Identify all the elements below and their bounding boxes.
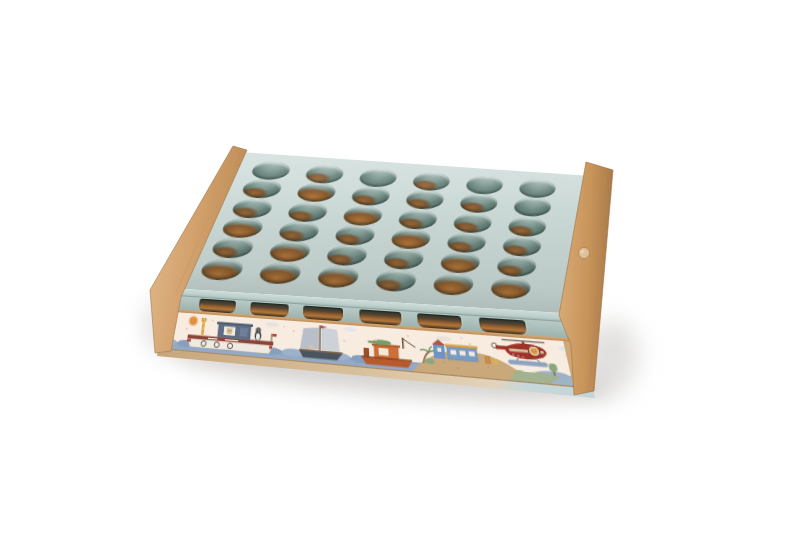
hole-r1c4 (410, 171, 453, 191)
hole-r4c6 (500, 235, 543, 257)
hole-r5c5 (438, 252, 483, 275)
product-photo (0, 0, 800, 534)
hole-r1c1 (248, 161, 293, 181)
hole-r4c5 (444, 232, 488, 254)
hole-r1c6 (517, 179, 558, 199)
hole-r5c3 (323, 244, 370, 267)
hole-r3c4 (396, 208, 440, 230)
connect-four-box-lid (168, 152, 591, 313)
hole-r1c2 (302, 164, 346, 184)
hole-r6c5 (431, 272, 477, 296)
hole-r6c6 (488, 276, 532, 300)
hole-r3c6 (506, 216, 548, 238)
hole-r3c5 (451, 212, 494, 234)
board-grid (168, 152, 591, 313)
hole-r6c3 (314, 265, 362, 289)
front-opening-1 (198, 299, 236, 314)
hole-r6c1 (197, 257, 247, 281)
hole-r6c4 (373, 269, 420, 293)
front-opening-2 (249, 302, 288, 318)
hole-r5c4 (381, 248, 427, 271)
hole-r2c4 (403, 190, 446, 211)
hole-r3c3 (340, 205, 385, 227)
hole-r4c1 (218, 217, 266, 239)
hole-r5c2 (266, 240, 314, 263)
hole-r4c4 (388, 228, 433, 250)
hole-r1c5 (464, 175, 506, 195)
hole-r3c2 (285, 201, 331, 223)
hole-r6c2 (256, 261, 305, 285)
hole-r1c3 (356, 168, 399, 188)
hole-r2c5 (457, 193, 499, 214)
wooden-peg (579, 248, 590, 259)
hole-r2c1 (239, 179, 285, 200)
hole-r3c1 (229, 197, 276, 219)
hole-r2c2 (294, 182, 339, 203)
hole-r4c2 (275, 221, 322, 243)
hole-r2c6 (512, 197, 553, 218)
hole-r4c3 (332, 224, 378, 246)
hole-r5c1 (208, 237, 257, 260)
hole-r2c3 (348, 186, 392, 207)
hole-r5c6 (495, 255, 539, 278)
